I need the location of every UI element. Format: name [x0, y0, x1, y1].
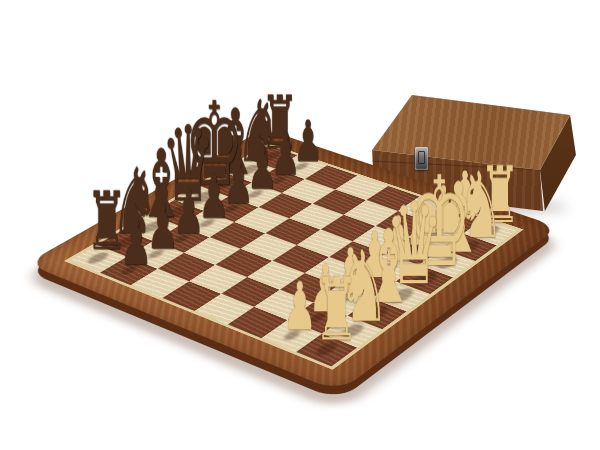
white-rook: ♜ [298, 267, 374, 354]
chess-board: ♜♞♝♛♚♝♞♜♟♟♟♟♟♟♟♟♟♟♟♟♟♟♟♟♜♞♝♛♚♝♞♜ [26, 129, 558, 392]
black-pawn: ♟ [100, 211, 171, 274]
board-scene: ♜♞♝♛♚♝♞♜♟♟♟♟♟♟♟♟♟♟♟♟♟♟♟♟♜♞♝♛♚♝♞♜ [0, 0, 600, 450]
pieces-layer: ♜♞♝♛♚♝♞♜♟♟♟♟♟♟♟♟♟♟♟♟♟♟♟♟♜♞♝♛♚♝♞♜ [26, 129, 558, 392]
product-photo: ♜♞♝♛♚♝♞♜♟♟♟♟♟♟♟♟♟♟♟♟♟♟♟♟♜♞♝♛♚♝♞♜ [0, 0, 600, 450]
